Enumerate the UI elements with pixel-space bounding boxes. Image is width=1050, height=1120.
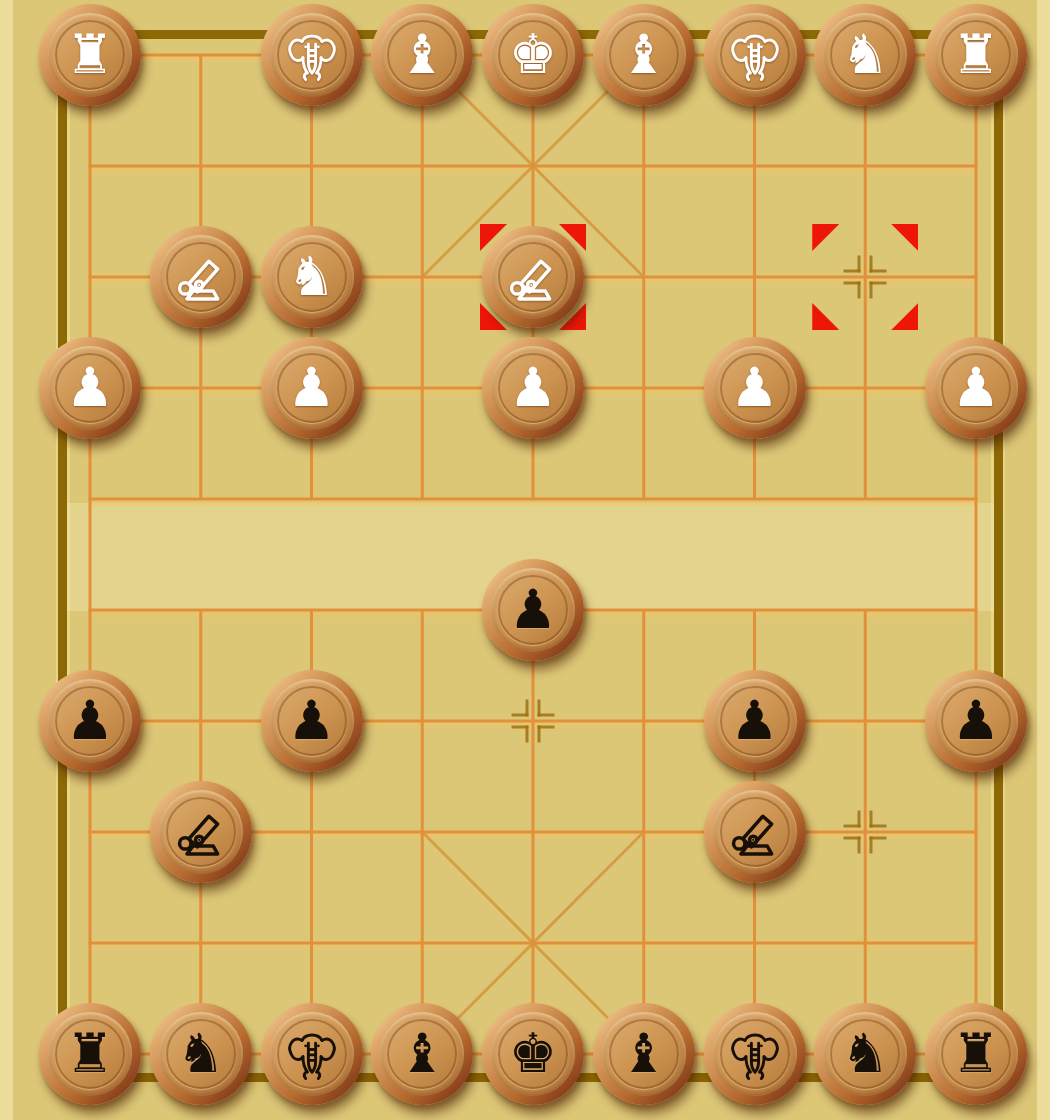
advisor-icon: ♝	[398, 28, 446, 82]
rook-icon: ♜	[952, 1027, 1000, 1081]
king-icon: ♚	[509, 28, 557, 82]
advisor-icon: ♝	[398, 1027, 446, 1081]
piece-black-elephant[interactable]	[704, 1003, 806, 1105]
piece-white-advisor[interactable]: ♝	[593, 4, 695, 106]
rook-icon: ♜	[66, 1027, 114, 1081]
piece-white-knight[interactable]: ♞	[814, 4, 916, 106]
soldier-icon: ♟	[287, 361, 335, 415]
piece-black-advisor[interactable]: ♝	[593, 1003, 695, 1105]
soldier-icon: ♟	[730, 694, 778, 748]
knight-icon: ♞	[841, 1027, 889, 1081]
piece-black-soldier[interactable]: ♟	[482, 559, 584, 661]
soldier-icon: ♟	[952, 694, 1000, 748]
soldier-icon: ♟	[287, 694, 335, 748]
king-icon: ♚	[509, 1027, 557, 1081]
advisor-icon: ♝	[620, 28, 668, 82]
piece-black-rook[interactable]: ♜	[39, 1003, 141, 1105]
piece-white-king[interactable]: ♚	[482, 4, 584, 106]
piece-white-soldier[interactable]: ♟	[39, 337, 141, 439]
knight-icon: ♞	[287, 250, 335, 304]
piece-white-cannon[interactable]	[150, 226, 252, 328]
piece-white-elephant[interactable]	[704, 4, 806, 106]
soldier-icon: ♟	[952, 361, 1000, 415]
piece-black-knight[interactable]: ♞	[150, 1003, 252, 1105]
piece-black-elephant[interactable]	[261, 1003, 363, 1105]
piece-white-soldier[interactable]: ♟	[261, 337, 363, 439]
piece-black-cannon[interactable]	[704, 781, 806, 883]
soldier-icon: ♟	[509, 361, 557, 415]
piece-white-rook[interactable]: ♜	[925, 4, 1027, 106]
piece-white-cannon[interactable]	[482, 226, 584, 328]
piece-white-soldier[interactable]: ♟	[925, 337, 1027, 439]
piece-black-knight[interactable]: ♞	[814, 1003, 916, 1105]
piece-black-cannon[interactable]	[150, 781, 252, 883]
cannon-icon	[173, 249, 229, 305]
knight-icon: ♞	[177, 1027, 225, 1081]
piece-white-soldier[interactable]: ♟	[482, 337, 584, 439]
elephant-icon	[283, 26, 341, 84]
cannon-icon	[505, 249, 561, 305]
piece-black-soldier[interactable]: ♟	[704, 670, 806, 772]
elephant-icon	[726, 1025, 784, 1083]
elephant-icon	[283, 1025, 341, 1083]
soldier-icon: ♟	[66, 361, 114, 415]
xiangqi-game-screen: { "game": "xiangqi", "board": { "files":…	[0, 0, 1050, 1120]
piece-black-soldier[interactable]: ♟	[925, 670, 1027, 772]
piece-white-soldier[interactable]: ♟	[704, 337, 806, 439]
soldier-icon: ♟	[730, 361, 778, 415]
rook-icon: ♜	[952, 28, 1000, 82]
piece-black-rook[interactable]: ♜	[925, 1003, 1027, 1105]
piece-white-rook[interactable]: ♜	[39, 4, 141, 106]
rook-icon: ♜	[66, 28, 114, 82]
piece-white-knight[interactable]: ♞	[261, 226, 363, 328]
knight-icon: ♞	[841, 28, 889, 82]
cannon-icon	[727, 804, 783, 860]
soldier-icon: ♟	[66, 694, 114, 748]
piece-black-advisor[interactable]: ♝	[371, 1003, 473, 1105]
elephant-icon	[726, 26, 784, 84]
cannon-icon	[173, 804, 229, 860]
piece-black-soldier[interactable]: ♟	[261, 670, 363, 772]
advisor-icon: ♝	[620, 1027, 668, 1081]
piece-black-king[interactable]: ♚	[482, 1003, 584, 1105]
piece-white-elephant[interactable]	[261, 4, 363, 106]
piece-black-soldier[interactable]: ♟	[39, 670, 141, 772]
soldier-icon: ♟	[509, 583, 557, 637]
piece-white-advisor[interactable]: ♝	[371, 4, 473, 106]
